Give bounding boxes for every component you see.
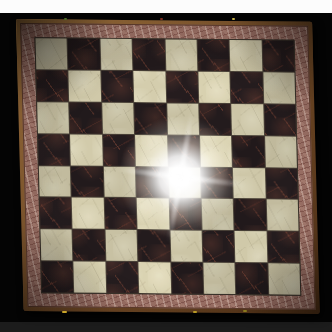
square-h2[interactable] — [267, 232, 299, 263]
square-h4[interactable] — [266, 168, 298, 199]
square-a3[interactable] — [40, 198, 72, 229]
square-c3[interactable] — [104, 198, 136, 229]
square-e3[interactable] — [169, 199, 201, 230]
square-g5[interactable] — [232, 136, 264, 167]
square-d2[interactable] — [138, 230, 170, 261]
square-c6[interactable] — [102, 103, 134, 134]
square-e7[interactable] — [166, 71, 198, 102]
photo-top-white-strip — [0, 0, 332, 13]
square-h7[interactable] — [263, 72, 295, 103]
square-b5[interactable] — [70, 134, 102, 165]
square-c1[interactable] — [106, 262, 138, 293]
square-h3[interactable] — [266, 200, 298, 231]
square-b6[interactable] — [70, 102, 102, 133]
square-h1[interactable] — [268, 263, 300, 294]
square-b8[interactable] — [68, 38, 100, 69]
square-g3[interactable] — [234, 199, 266, 230]
square-c8[interactable] — [100, 39, 132, 70]
square-a2[interactable] — [41, 229, 73, 260]
square-e8[interactable] — [165, 39, 197, 70]
square-h8[interactable] — [262, 40, 294, 71]
square-h6[interactable] — [264, 104, 296, 135]
square-c4[interactable] — [104, 166, 136, 197]
square-d8[interactable] — [133, 39, 165, 70]
square-b3[interactable] — [72, 198, 104, 229]
square-g7[interactable] — [231, 72, 263, 103]
square-a1[interactable] — [41, 261, 73, 292]
square-b4[interactable] — [71, 166, 103, 197]
square-f2[interactable] — [202, 231, 234, 262]
square-a4[interactable] — [39, 166, 71, 197]
square-g2[interactable] — [235, 231, 267, 262]
photo-bottom-gray-strip — [0, 322, 332, 332]
square-a5[interactable] — [38, 134, 70, 165]
square-f1[interactable] — [203, 263, 235, 294]
board-grid — [34, 37, 301, 295]
square-a7[interactable] — [36, 70, 68, 101]
square-d4[interactable] — [136, 167, 168, 198]
square-e5[interactable] — [168, 135, 200, 166]
square-d7[interactable] — [133, 71, 165, 102]
square-a8[interactable] — [36, 38, 68, 69]
square-h5[interactable] — [265, 136, 297, 167]
square-e4[interactable] — [168, 167, 200, 198]
square-d1[interactable] — [138, 262, 170, 293]
square-f3[interactable] — [202, 199, 234, 230]
chess-board — [16, 19, 320, 314]
square-f5[interactable] — [200, 135, 232, 166]
compression-artifact — [232, 18, 235, 20]
square-e2[interactable] — [170, 231, 202, 262]
square-e1[interactable] — [171, 263, 203, 294]
photo-canvas — [0, 0, 332, 332]
square-d3[interactable] — [137, 198, 169, 229]
square-c5[interactable] — [103, 134, 135, 165]
square-b2[interactable] — [73, 230, 105, 261]
square-f7[interactable] — [198, 72, 230, 103]
square-c7[interactable] — [101, 71, 133, 102]
square-b1[interactable] — [74, 262, 106, 293]
square-g6[interactable] — [231, 104, 263, 135]
square-d5[interactable] — [135, 135, 167, 166]
square-g4[interactable] — [233, 168, 265, 199]
square-d6[interactable] — [134, 103, 166, 134]
marble-frame — [20, 23, 316, 310]
square-f4[interactable] — [201, 167, 233, 198]
square-c2[interactable] — [105, 230, 137, 261]
square-b7[interactable] — [69, 70, 101, 101]
square-g8[interactable] — [230, 40, 262, 71]
square-e6[interactable] — [167, 103, 199, 134]
square-f8[interactable] — [197, 40, 229, 71]
square-f6[interactable] — [199, 103, 231, 134]
square-g1[interactable] — [236, 263, 268, 294]
square-a6[interactable] — [37, 102, 69, 133]
